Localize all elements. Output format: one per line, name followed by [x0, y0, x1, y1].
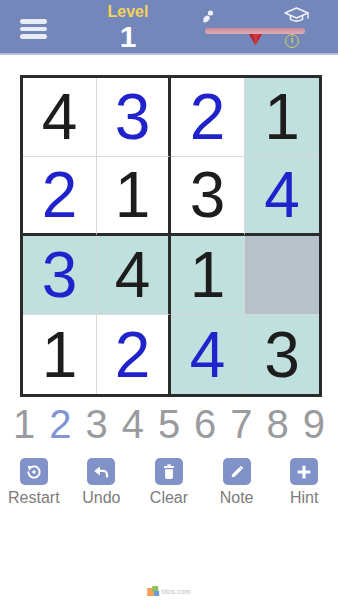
level-value: 1 [91, 21, 165, 53]
watermark-text: idos.com [161, 588, 191, 595]
cell-r2c3[interactable]: 3 [171, 157, 245, 236]
numpad-key-1[interactable]: 1 [13, 404, 35, 444]
cell-r1c2[interactable]: 3 [97, 78, 171, 157]
numpad-key-7[interactable]: 7 [230, 404, 252, 444]
menu-icon[interactable] [20, 19, 47, 39]
cell-r2c2[interactable]: 1 [97, 157, 171, 236]
cell-r4c3[interactable]: 4 [171, 315, 245, 394]
clear-button[interactable]: Clear [135, 458, 203, 507]
hint-button[interactable]: Hint [270, 458, 338, 507]
watermark-logo: idos.com [147, 586, 191, 597]
graduation-cap-icon [284, 7, 309, 24]
cell-r3c3[interactable]: 1 [171, 236, 245, 315]
cell-r1c3[interactable]: 2 [171, 78, 245, 157]
cell-r1c4[interactable]: 1 [245, 78, 319, 157]
undo-label: Undo [82, 489, 120, 507]
cell-r1c1[interactable]: 4 [23, 78, 97, 157]
cell-r2c4[interactable]: 4 [245, 157, 319, 236]
logo-squares-icon [147, 586, 159, 597]
cell-r3c1[interactable]: 3 [23, 236, 97, 315]
cell-r4c1[interactable]: 1 [23, 315, 97, 394]
cell-r3c4-selected[interactable] [245, 236, 319, 315]
pencil-icon [229, 464, 245, 480]
restart-label: Restart [8, 489, 60, 507]
info-icon[interactable]: i [285, 34, 299, 48]
numpad-key-9[interactable]: 9 [303, 404, 325, 444]
toolbar: Restart Undo Clear [0, 458, 338, 518]
trash-icon [161, 463, 177, 480]
plus-icon [295, 463, 313, 481]
undo-icon [92, 463, 110, 481]
level-progress: i [196, 0, 326, 53]
red-gem-marker [248, 33, 263, 46]
note-button[interactable]: Note [203, 458, 271, 507]
sudoku-board: 4 3 2 1 2 1 3 4 3 4 1 1 2 4 3 [20, 75, 322, 397]
level-label: Level [91, 3, 165, 21]
baby-icon [202, 9, 215, 24]
undo-button[interactable]: Undo [68, 458, 136, 507]
cell-r2c1[interactable]: 2 [23, 157, 97, 236]
cell-r4c2[interactable]: 2 [97, 315, 171, 394]
numpad-key-8[interactable]: 8 [267, 404, 289, 444]
app-header: Level 1 i [0, 0, 338, 55]
restart-icon [25, 463, 43, 481]
numpad-key-3[interactable]: 3 [85, 404, 107, 444]
number-pad: 1 2 3 4 5 6 7 8 9 [0, 399, 338, 449]
hint-label: Hint [290, 489, 318, 507]
restart-button[interactable]: Restart [0, 458, 68, 507]
numpad-key-5[interactable]: 5 [158, 404, 180, 444]
level-indicator: Level 1 [91, 3, 165, 53]
note-label: Note [220, 489, 254, 507]
cell-r4c4[interactable]: 3 [245, 315, 319, 394]
clear-label: Clear [150, 489, 188, 507]
cell-r3c2[interactable]: 4 [97, 236, 171, 315]
numpad-key-4[interactable]: 4 [122, 404, 144, 444]
numpad-key-6[interactable]: 6 [194, 404, 216, 444]
numpad-key-2[interactable]: 2 [49, 404, 71, 444]
